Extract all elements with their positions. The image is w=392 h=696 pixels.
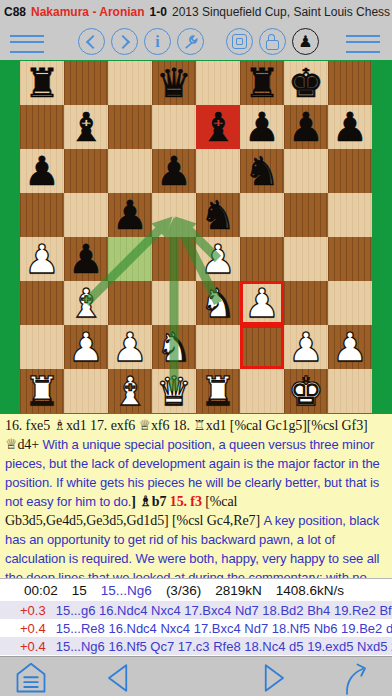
- square-g8[interactable]: ♚: [284, 61, 328, 105]
- square-c2[interactable]: ♟: [108, 325, 152, 369]
- square-b3[interactable]: ♝: [64, 281, 108, 325]
- wrench-icon: [183, 34, 199, 50]
- black-rook-f8: ♜: [240, 61, 284, 105]
- square-d3[interactable]: [152, 281, 196, 325]
- chess-board[interactable]: ♜♛♜♚♝♝♟♟♟♟♟♞♟♞♟♟♟♝♞♟♟♟♞♟♟♜♝♛♜♚: [20, 61, 372, 413]
- previous-move-button[interactable]: [98, 660, 138, 696]
- square-a4[interactable]: ♟: [20, 237, 64, 281]
- eco-code: C88: [4, 5, 26, 19]
- black-pawn-g7: ♟: [284, 105, 328, 149]
- white-pawn-e4: ♟: [196, 237, 240, 281]
- square-b8[interactable]: [64, 61, 108, 105]
- square-h3[interactable]: [328, 281, 372, 325]
- white-queen-d1: ♛: [152, 369, 196, 413]
- board-view-button[interactable]: [226, 28, 253, 55]
- engine-depth: 15: [72, 583, 87, 598]
- square-f6[interactable]: ♞: [240, 149, 284, 193]
- square-b6[interactable]: [64, 149, 108, 193]
- white-bishop-b3: ♝: [64, 281, 108, 325]
- engine-current-move: 15...Ng6: [101, 583, 152, 598]
- square-b5[interactable]: [64, 193, 108, 237]
- black-pawn-d6: ♟: [152, 149, 196, 193]
- square-b4[interactable]: ♟: [64, 237, 108, 281]
- engine-line-moves: 15...Re8 16.Ndc4 Nxc4 17.Bxc4 Nd7 18.Nf5…: [56, 621, 392, 636]
- engine-progress: (3/36): [166, 583, 201, 598]
- next-triangle-icon: [266, 665, 283, 691]
- square-e3[interactable]: ♞: [196, 281, 240, 325]
- engine-panel: 00:02 15 15...Ng6 (3/36) 2819kN 1408.6kN…: [0, 578, 392, 657]
- engine-line-3[interactable]: +0.415...Ng6 16.Nf5 Qc7 17.c3 Rfe8 18.Nc…: [0, 637, 392, 655]
- back-button[interactable]: [78, 28, 105, 55]
- title-bar: C88 Nakamura - Aronian 1-0 2013 Sinquefi…: [0, 0, 392, 24]
- square-a7[interactable]: [20, 105, 64, 149]
- square-b2[interactable]: ♟: [64, 325, 108, 369]
- black-pawn-a6: ♟: [20, 149, 64, 193]
- share-arrow-icon: [347, 669, 363, 694]
- square-h2[interactable]: ♟: [328, 325, 372, 369]
- square-h1[interactable]: [328, 369, 372, 413]
- white-pawn-c2: ♟: [108, 325, 152, 369]
- notation-panel[interactable]: 16. fxe5 ♗xd1 17. exf6 ♕xf6 18. ♖xd1 [%c…: [0, 414, 392, 578]
- square-d8[interactable]: ♛: [152, 61, 196, 105]
- square-c7[interactable]: [108, 105, 152, 149]
- square-d6[interactable]: ♟: [152, 149, 196, 193]
- black-pawn-b4: ♟: [64, 237, 108, 281]
- square-e6[interactable]: [196, 149, 240, 193]
- square-a8[interactable]: ♜: [20, 61, 64, 105]
- black-knight-e5: ♞: [196, 193, 240, 237]
- info-icon: i: [155, 33, 159, 51]
- square-e1[interactable]: ♜: [196, 369, 240, 413]
- board-background: ♜♛♜♚♝♝♟♟♟♟♟♞♟♞♟♟♟♝♞♟♟♟♞♟♟♜♝♛♜♚: [0, 60, 392, 414]
- board-icon: [232, 34, 247, 49]
- black-queen-d8: ♛: [152, 61, 196, 105]
- share-button[interactable]: [336, 660, 376, 696]
- square-h4[interactable]: [328, 237, 372, 281]
- game-players: Nakamura - Aronian: [31, 5, 145, 19]
- black-knight-f6: ♞: [240, 149, 284, 193]
- engine-line-1[interactable]: +0.315...g6 16.Ndc4 Nxc4 17.Bxc4 Nd7 18.…: [0, 601, 392, 619]
- square-e4[interactable]: ♟: [196, 237, 240, 281]
- previous-triangle-icon: [109, 665, 126, 691]
- tools-button[interactable]: [177, 28, 204, 55]
- square-e7[interactable]: ♝: [196, 105, 240, 149]
- square-d5[interactable]: [152, 193, 196, 237]
- square-f2[interactable]: [240, 325, 284, 369]
- engine-time: 00:02: [24, 583, 58, 598]
- white-pawn-f3: ♟: [240, 281, 284, 325]
- square-h5[interactable]: [328, 193, 372, 237]
- square-a2[interactable]: [20, 325, 64, 369]
- engine-status-bar: 00:02 15 15...Ng6 (3/36) 2819kN 1408.6kN…: [0, 579, 392, 601]
- chess-piece-icon: ♟: [298, 34, 312, 50]
- forward-button[interactable]: [111, 28, 138, 55]
- square-a5[interactable]: [20, 193, 64, 237]
- square-d4[interactable]: [152, 237, 196, 281]
- square-g6[interactable]: [284, 149, 328, 193]
- square-f1[interactable]: [240, 369, 284, 413]
- square-d7[interactable]: [152, 105, 196, 149]
- black-pawn-c5: ♟: [108, 193, 152, 237]
- square-b7[interactable]: ♝: [64, 105, 108, 149]
- square-f8[interactable]: ♜: [240, 61, 284, 105]
- square-c6[interactable]: [108, 149, 152, 193]
- black-king-g8: ♚: [284, 61, 328, 105]
- lock-icon: [266, 40, 279, 50]
- black-rook-a8: ♜: [20, 61, 64, 105]
- menu-icon[interactable]: [10, 35, 44, 53]
- square-f7[interactable]: ♟: [240, 105, 284, 149]
- square-g1[interactable]: ♚: [284, 369, 328, 413]
- notation-menu-icon[interactable]: [346, 35, 380, 53]
- black-pawn-h7: ♟: [328, 105, 372, 149]
- square-e8[interactable]: [196, 61, 240, 105]
- square-c4[interactable]: [108, 237, 152, 281]
- engine-eval: +0.4: [20, 639, 46, 654]
- square-a6[interactable]: ♟: [20, 149, 64, 193]
- square-a3[interactable]: [20, 281, 64, 325]
- square-h8[interactable]: [328, 61, 372, 105]
- white-king-g1: ♚: [284, 369, 328, 413]
- white-rook-a1: ♜: [20, 369, 64, 413]
- square-c3[interactable]: [108, 281, 152, 325]
- game-event: 2013 Sinquefield Cup, Saint Louis Chess …: [172, 5, 392, 19]
- square-c5[interactable]: ♟: [108, 193, 152, 237]
- square-a1[interactable]: ♜: [20, 369, 64, 413]
- square-d2[interactable]: ♞: [152, 325, 196, 369]
- white-pawn-g2: ♟: [284, 325, 328, 369]
- square-g2[interactable]: ♟: [284, 325, 328, 369]
- home-menu-button[interactable]: [12, 660, 50, 696]
- square-g3[interactable]: [284, 281, 328, 325]
- engine-speed: 1408.6kN/s: [276, 583, 344, 598]
- square-d1[interactable]: ♛: [152, 369, 196, 413]
- engine-nodes: 2819kN: [215, 583, 262, 598]
- chevron-left-icon: [86, 34, 100, 48]
- engine-line-moves: 15...g6 16.Ndc4 Nxc4 17.Bxc4 Nd7 18.Bd2 …: [56, 603, 392, 618]
- white-pawn-h2: ♟: [328, 325, 372, 369]
- square-h6[interactable]: [328, 149, 372, 193]
- engine-eval: +0.4: [20, 621, 46, 636]
- white-pawn-b2: ♟: [64, 325, 108, 369]
- square-c8[interactable]: [108, 61, 152, 105]
- square-b1[interactable]: [64, 369, 108, 413]
- square-g4[interactable]: [284, 237, 328, 281]
- move-text[interactable]: 15. f3: [170, 494, 205, 509]
- lock-button[interactable]: [259, 28, 286, 55]
- black-pawn-f7: ♟: [240, 105, 284, 149]
- bottom-toolbar: [0, 656, 392, 696]
- square-f5[interactable]: [240, 193, 284, 237]
- top-toolbar: i ♟: [0, 24, 392, 60]
- white-knight-e3: ♞: [196, 281, 240, 325]
- engine-line-2[interactable]: +0.415...Re8 16.Ndc4 Nxc4 17.Bxc4 Nd7 18…: [0, 619, 392, 637]
- game-result: 1-0: [150, 5, 167, 19]
- square-f3[interactable]: ♟: [240, 281, 284, 325]
- info-button[interactable]: i: [144, 28, 171, 55]
- square-g5[interactable]: [284, 193, 328, 237]
- engine-line-moves: 15...Ng6 16.Nf5 Qc7 17.c3 Rfe8 18.Nc4 d5…: [56, 639, 392, 654]
- square-c1[interactable]: ♝: [108, 369, 152, 413]
- move-text[interactable]: ] ♗b7: [131, 494, 169, 509]
- white-bishop-c1: ♝: [108, 369, 152, 413]
- square-e5[interactable]: ♞: [196, 193, 240, 237]
- white-knight-d2: ♞: [152, 325, 196, 369]
- black-bishop-e7: ♝: [196, 105, 240, 149]
- chevron-right-icon: [116, 34, 130, 48]
- white-rook-e1: ♜: [196, 369, 240, 413]
- next-move-button[interactable]: [254, 660, 294, 696]
- square-h7[interactable]: ♟: [328, 105, 372, 149]
- square-f4[interactable]: [240, 237, 284, 281]
- engine-eval: +0.3: [20, 603, 46, 618]
- square-e2[interactable]: [196, 325, 240, 369]
- black-bishop-b7: ♝: [64, 105, 108, 149]
- white-pawn-a4: ♟: [20, 237, 64, 281]
- engine-button[interactable]: ♟: [292, 28, 319, 55]
- square-g7[interactable]: ♟: [284, 105, 328, 149]
